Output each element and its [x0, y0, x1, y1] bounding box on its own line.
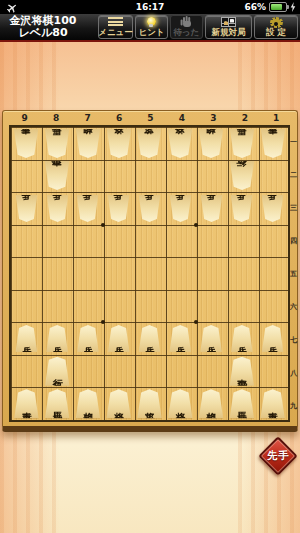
lightbulb-icon [146, 17, 158, 27]
koma-1-3[interactable]: 歩兵 [261, 195, 284, 222]
koma-7-7[interactable]: 歩兵 [76, 325, 99, 352]
koma-3-9[interactable]: 銀将 [198, 389, 224, 418]
undo-matta-button-label: 待った [174, 28, 200, 37]
koma-3-7[interactable]: 歩兵 [200, 325, 223, 352]
koma-1-9[interactable]: 香車 [260, 389, 286, 418]
turn-badge-sente: 先手 [258, 436, 298, 476]
file-label: 7 [72, 111, 103, 125]
koma-5-9[interactable]: 玉将 [136, 389, 162, 418]
rank-labels: 一二三四五六七八九 [290, 125, 297, 422]
file-label: 4 [166, 111, 197, 125]
koma-8-3[interactable]: 歩兵 [46, 195, 69, 222]
app-header: 金沢将棋100 レベル80 メニュー ヒント 待った 新規対局 設 定 [0, 14, 300, 42]
koma-9-1[interactable]: 香車 [13, 129, 39, 158]
background: 987654321 香車桂馬銀将金将王将金将銀将桂馬香車飛車角行歩兵歩兵歩兵歩兵… [0, 42, 300, 533]
file-label: 1 [261, 111, 292, 125]
board-grid[interactable]: 香車桂馬銀将金将王将金将銀将桂馬香車飛車角行歩兵歩兵歩兵歩兵歩兵歩兵歩兵歩兵歩兵… [9, 125, 290, 422]
rank-label: 三 [290, 191, 297, 224]
koma-4-1[interactable]: 金将 [167, 129, 193, 158]
undo-matta-button: 待った [170, 15, 203, 39]
koma-7-9[interactable]: 銀将 [75, 389, 101, 418]
rank-label: 七 [290, 323, 297, 356]
menu-button-label: メニュー [98, 28, 133, 37]
battery-icon [269, 2, 287, 12]
koma-4-3[interactable]: 歩兵 [169, 195, 192, 222]
file-label: 3 [198, 111, 229, 125]
rank-label: 一 [290, 125, 297, 158]
koma-4-9[interactable]: 金将 [167, 389, 193, 418]
koma-6-3[interactable]: 歩兵 [107, 195, 130, 222]
rank-label: 六 [290, 290, 297, 323]
koma-9-7[interactable]: 歩兵 [15, 325, 38, 352]
file-label: 6 [103, 111, 134, 125]
file-label: 8 [40, 111, 71, 125]
app-title-line2: レベル80 [0, 27, 86, 38]
koma-6-9[interactable]: 金将 [106, 389, 132, 418]
hamburger-menu-icon [108, 17, 123, 27]
rank-label: 四 [290, 224, 297, 257]
koma-2-7[interactable]: 歩兵 [230, 325, 253, 352]
koma-2-2[interactable]: 角行 [229, 161, 255, 190]
hand-icon [181, 17, 193, 27]
settings-button-label: 設 定 [266, 28, 286, 37]
file-label: 2 [229, 111, 260, 125]
turn-badge-label: 先手 [258, 449, 298, 463]
koma-4-7[interactable]: 歩兵 [169, 325, 192, 352]
koma-8-8[interactable]: 角行 [44, 357, 70, 386]
koma-2-9[interactable]: 桂馬 [229, 389, 255, 418]
koma-2-3[interactable]: 歩兵 [230, 195, 253, 222]
koma-8-1[interactable]: 桂馬 [44, 129, 70, 158]
settings-button[interactable]: 設 定 [254, 15, 298, 39]
koma-6-7[interactable]: 歩兵 [107, 325, 130, 352]
file-label: 5 [135, 111, 166, 125]
charging-bolt-icon [290, 2, 296, 12]
battery-percent: 66% [244, 2, 266, 12]
new-game-button-label: 新規対局 [212, 28, 246, 37]
koma-8-2[interactable]: 飛車 [44, 161, 70, 190]
koma-1-1[interactable]: 香車 [260, 129, 286, 158]
file-label: 9 [9, 111, 40, 125]
rank-label: 二 [290, 158, 297, 191]
new-game-button[interactable]: 新規対局 [205, 15, 252, 39]
rank-label: 九 [290, 389, 297, 422]
koma-2-1[interactable]: 桂馬 [229, 129, 255, 158]
status-bar: 16:17 66% [0, 0, 300, 14]
koma-2-8[interactable]: 飛車 [229, 357, 255, 386]
koma-5-3[interactable]: 歩兵 [138, 195, 161, 222]
koma-9-3[interactable]: 歩兵 [15, 195, 38, 222]
shogi-board: 987654321 香車桂馬銀将金将王将金将銀将桂馬香車飛車角行歩兵歩兵歩兵歩兵… [2, 110, 298, 432]
hint-button-label: ヒント [138, 28, 164, 37]
koma-7-1[interactable]: 銀将 [75, 129, 101, 158]
koma-6-1[interactable]: 金将 [106, 129, 132, 158]
gear-icon [270, 17, 283, 28]
koma-1-7[interactable]: 歩兵 [261, 325, 284, 352]
rank-label: 五 [290, 257, 297, 290]
app-title: 金沢将棋100 レベル80 [0, 15, 86, 38]
koma-8-9[interactable]: 桂馬 [44, 389, 70, 418]
koma-8-7[interactable]: 歩兵 [46, 325, 69, 352]
rank-label: 八 [290, 356, 297, 389]
header-buttons: メニュー ヒント 待った 新規対局 設 定 [98, 15, 298, 39]
mini-board-icon [221, 17, 236, 27]
hint-button[interactable]: ヒント [135, 15, 168, 39]
koma-3-1[interactable]: 銀将 [198, 129, 224, 158]
koma-3-3[interactable]: 歩兵 [200, 195, 223, 222]
koma-5-1[interactable]: 王将 [136, 129, 162, 158]
file-labels: 987654321 [9, 111, 292, 125]
koma-9-9[interactable]: 香車 [13, 389, 39, 418]
menu-button[interactable]: メニュー [98, 15, 133, 39]
koma-5-7[interactable]: 歩兵 [138, 325, 161, 352]
koma-7-3[interactable]: 歩兵 [76, 195, 99, 222]
